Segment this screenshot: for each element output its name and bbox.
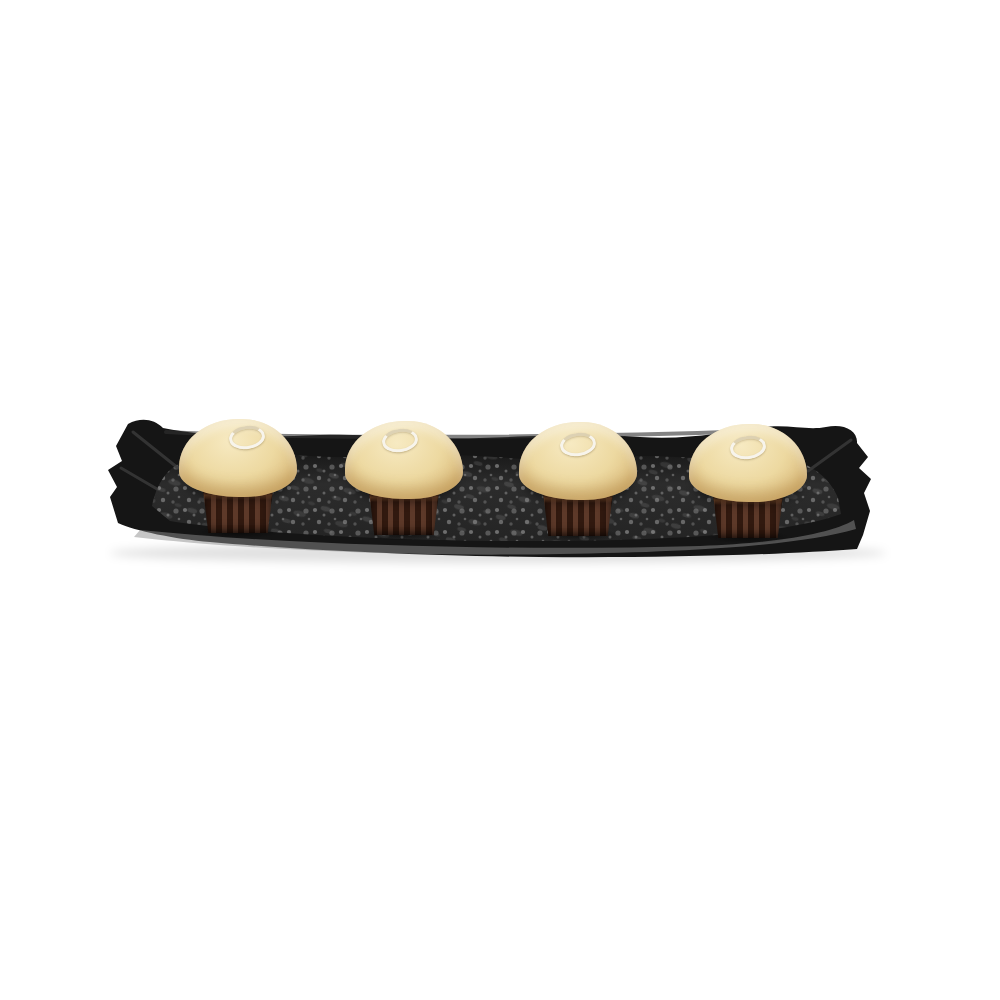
cupcake-row bbox=[0, 0, 1000, 1000]
cupcake-3 bbox=[516, 422, 640, 540]
cupcake-1 bbox=[176, 419, 300, 537]
photo-canvas bbox=[0, 0, 1000, 1000]
cupcake-2 bbox=[342, 421, 466, 539]
cupcake-4 bbox=[686, 424, 810, 542]
